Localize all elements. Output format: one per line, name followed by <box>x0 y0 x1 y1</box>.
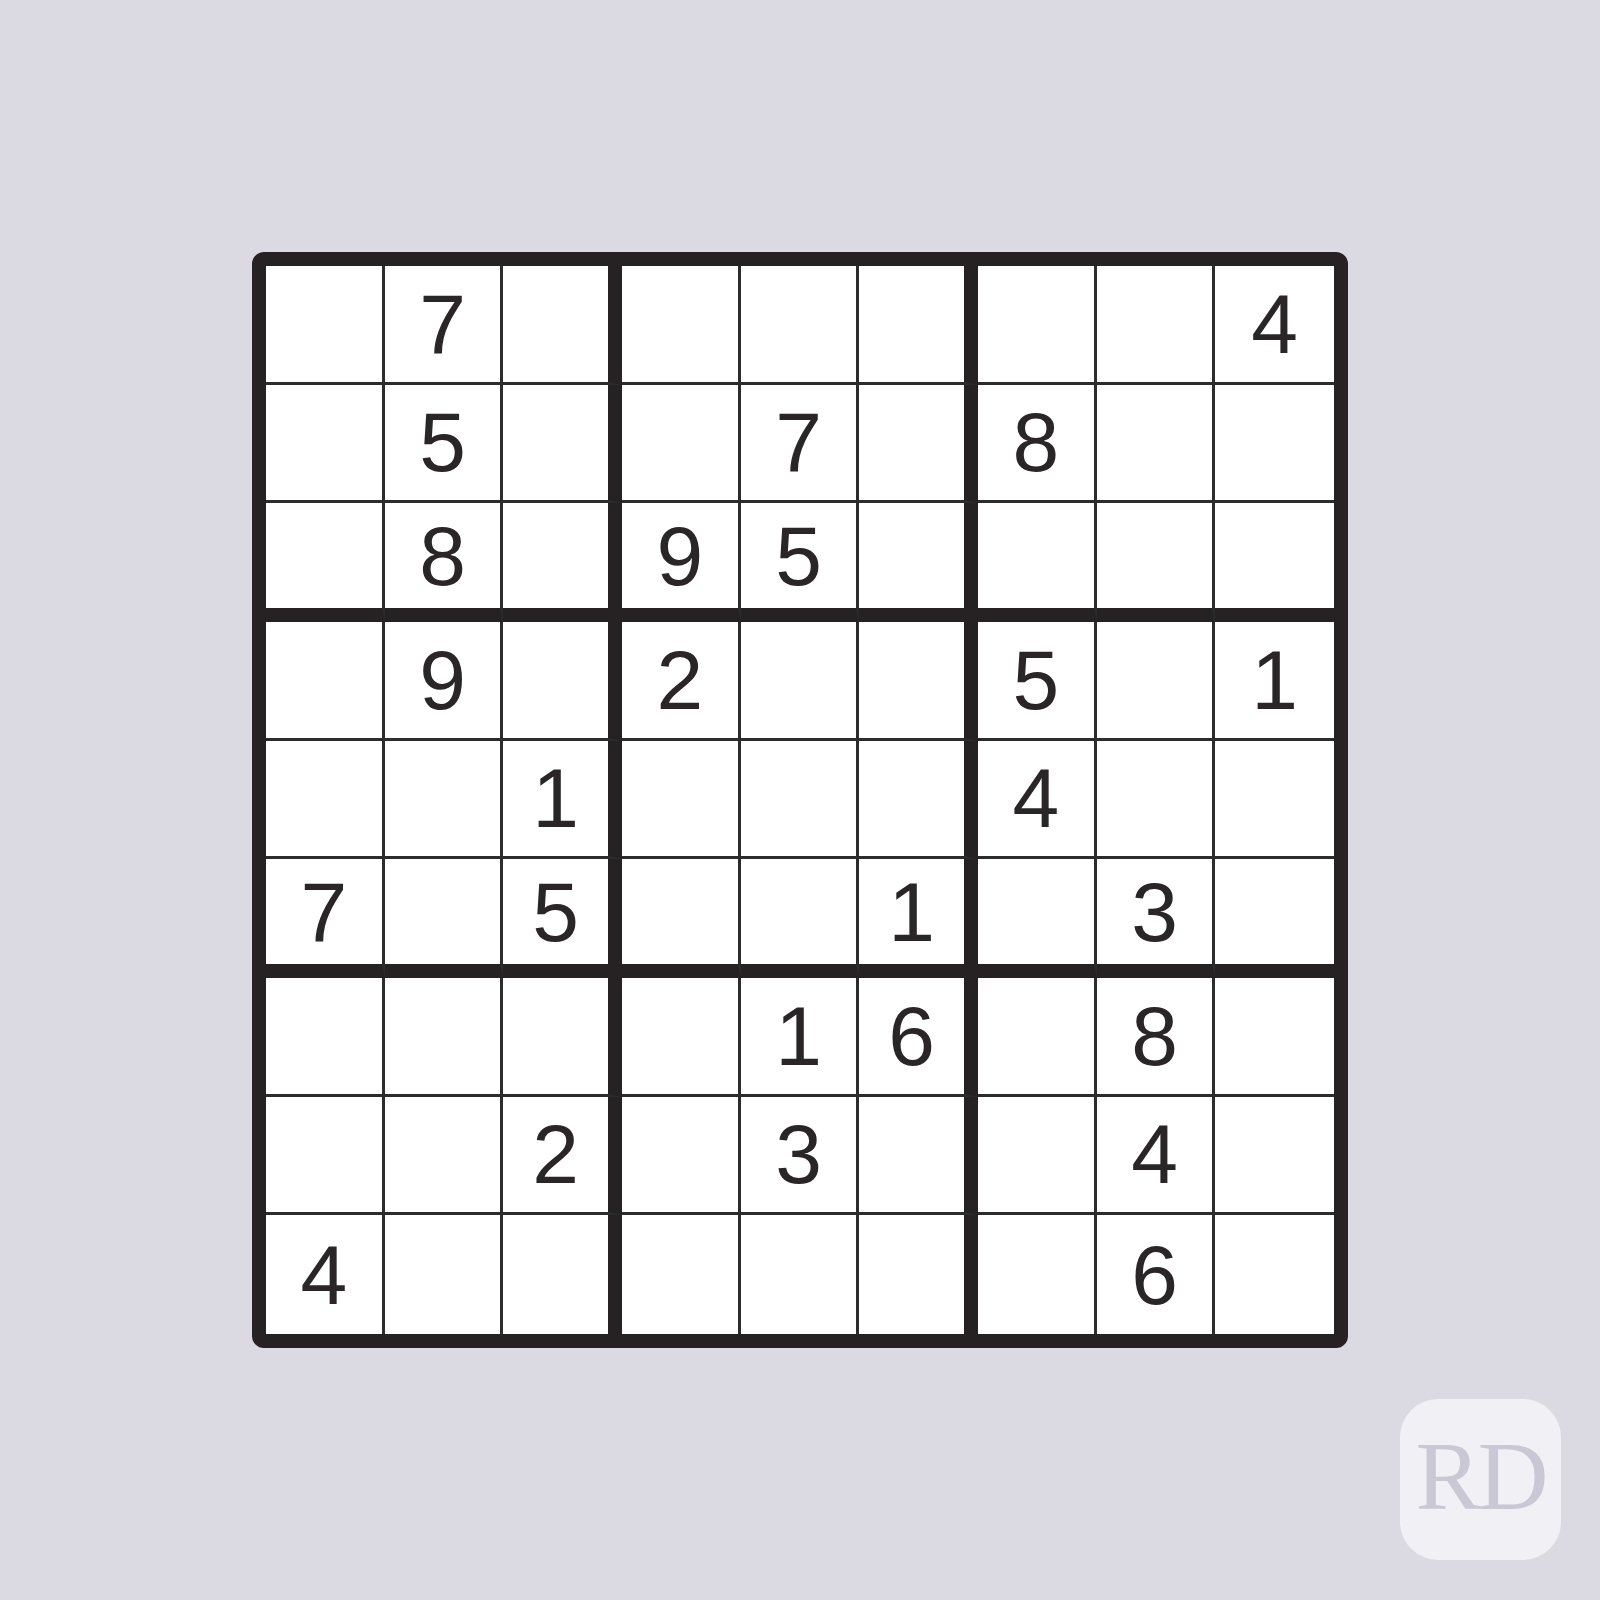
sudoku-cell-r1c1[interactable] <box>266 266 385 385</box>
sudoku-cell-r2c9[interactable] <box>1215 385 1334 504</box>
sudoku-cell-r3c7[interactable] <box>978 503 1097 622</box>
sudoku-cell-r3c2: 8 <box>385 503 504 622</box>
sudoku-cell-r9c1: 4 <box>266 1215 385 1334</box>
sudoku-board: 74578895925114751316823446 <box>252 252 1348 1348</box>
sudoku-cell-r2c4[interactable] <box>622 385 741 504</box>
sudoku-cell-r2c5: 7 <box>741 385 860 504</box>
sudoku-cell-r7c8: 8 <box>1097 978 1216 1097</box>
sudoku-cell-r6c5[interactable] <box>741 859 860 978</box>
sudoku-cell-r7c9[interactable] <box>1215 978 1334 1097</box>
sudoku-cell-r6c2[interactable] <box>385 859 504 978</box>
sudoku-cell-r2c7: 8 <box>978 385 1097 504</box>
sudoku-cell-r8c8: 4 <box>1097 1097 1216 1216</box>
sudoku-cell-r8c5: 3 <box>741 1097 860 1216</box>
sudoku-cell-r6c7[interactable] <box>978 859 1097 978</box>
sudoku-cell-r9c6[interactable] <box>859 1215 978 1334</box>
sudoku-cell-r7c5: 1 <box>741 978 860 1097</box>
sudoku-cell-r1c4[interactable] <box>622 266 741 385</box>
sudoku-cell-r4c4: 2 <box>622 622 741 741</box>
sudoku-cell-r6c6: 1 <box>859 859 978 978</box>
sudoku-cell-r7c7[interactable] <box>978 978 1097 1097</box>
sudoku-cell-r5c7: 4 <box>978 741 1097 860</box>
sudoku-cell-r8c2[interactable] <box>385 1097 504 1216</box>
sudoku-cell-r2c8[interactable] <box>1097 385 1216 504</box>
sudoku-cell-r4c9: 1 <box>1215 622 1334 741</box>
sudoku-cell-r5c2[interactable] <box>385 741 504 860</box>
sudoku-cell-r3c9[interactable] <box>1215 503 1334 622</box>
rd-logo-text: RD <box>1415 1420 1545 1532</box>
sudoku-cell-r8c6[interactable] <box>859 1097 978 1216</box>
sudoku-cell-r5c3: 1 <box>503 741 622 860</box>
sudoku-cell-r3c6[interactable] <box>859 503 978 622</box>
sudoku-cell-r3c4: 9 <box>622 503 741 622</box>
sudoku-cell-r6c1: 7 <box>266 859 385 978</box>
sudoku-cell-r8c1[interactable] <box>266 1097 385 1216</box>
sudoku-cell-r4c6[interactable] <box>859 622 978 741</box>
sudoku-cell-r7c4[interactable] <box>622 978 741 1097</box>
rd-logo: RD <box>1400 1399 1561 1560</box>
sudoku-cell-r2c6[interactable] <box>859 385 978 504</box>
sudoku-cell-r1c5[interactable] <box>741 266 860 385</box>
sudoku-cell-r5c8[interactable] <box>1097 741 1216 860</box>
sudoku-cell-r4c2: 9 <box>385 622 504 741</box>
sudoku-cell-r4c1[interactable] <box>266 622 385 741</box>
sudoku-cell-r9c2[interactable] <box>385 1215 504 1334</box>
sudoku-cell-r3c8[interactable] <box>1097 503 1216 622</box>
sudoku-cell-r6c8: 3 <box>1097 859 1216 978</box>
sudoku-cell-r8c9[interactable] <box>1215 1097 1334 1216</box>
sudoku-cell-r2c3[interactable] <box>503 385 622 504</box>
sudoku-cell-r7c3[interactable] <box>503 978 622 1097</box>
sudoku-cell-r9c3[interactable] <box>503 1215 622 1334</box>
sudoku-cell-r9c5[interactable] <box>741 1215 860 1334</box>
sudoku-cell-r1c3[interactable] <box>503 266 622 385</box>
sudoku-cell-r9c4[interactable] <box>622 1215 741 1334</box>
sudoku-cell-r9c8: 6 <box>1097 1215 1216 1334</box>
sudoku-cell-r2c2: 5 <box>385 385 504 504</box>
sudoku-cell-r8c3: 2 <box>503 1097 622 1216</box>
sudoku-cell-r8c7[interactable] <box>978 1097 1097 1216</box>
sudoku-cell-r1c6[interactable] <box>859 266 978 385</box>
sudoku-cell-r9c9[interactable] <box>1215 1215 1334 1334</box>
sudoku-cell-r1c9: 4 <box>1215 266 1334 385</box>
sudoku-cell-r3c5: 5 <box>741 503 860 622</box>
sudoku-cell-r4c8[interactable] <box>1097 622 1216 741</box>
sudoku-cell-r1c2: 7 <box>385 266 504 385</box>
sudoku-cell-r6c4[interactable] <box>622 859 741 978</box>
sudoku-cell-r4c3[interactable] <box>503 622 622 741</box>
sudoku-cell-r5c1[interactable] <box>266 741 385 860</box>
sudoku-cell-r4c7: 5 <box>978 622 1097 741</box>
sudoku-cell-r3c1[interactable] <box>266 503 385 622</box>
sudoku-cell-r4c5[interactable] <box>741 622 860 741</box>
sudoku-cell-r5c4[interactable] <box>622 741 741 860</box>
sudoku-cell-r1c8[interactable] <box>1097 266 1216 385</box>
sudoku-cell-r5c5[interactable] <box>741 741 860 860</box>
sudoku-cell-r2c1[interactable] <box>266 385 385 504</box>
sudoku-cell-r9c7[interactable] <box>978 1215 1097 1334</box>
sudoku-cell-r7c6: 6 <box>859 978 978 1097</box>
sudoku-cell-r6c9[interactable] <box>1215 859 1334 978</box>
sudoku-cell-r5c9[interactable] <box>1215 741 1334 860</box>
page-background: 74578895925114751316823446 RD <box>0 0 1600 1600</box>
sudoku-cell-r8c4[interactable] <box>622 1097 741 1216</box>
sudoku-cell-r1c7[interactable] <box>978 266 1097 385</box>
sudoku-cell-r6c3: 5 <box>503 859 622 978</box>
sudoku-cell-r7c1[interactable] <box>266 978 385 1097</box>
sudoku-cell-r7c2[interactable] <box>385 978 504 1097</box>
sudoku-cell-r5c6[interactable] <box>859 741 978 860</box>
sudoku-cell-r3c3[interactable] <box>503 503 622 622</box>
